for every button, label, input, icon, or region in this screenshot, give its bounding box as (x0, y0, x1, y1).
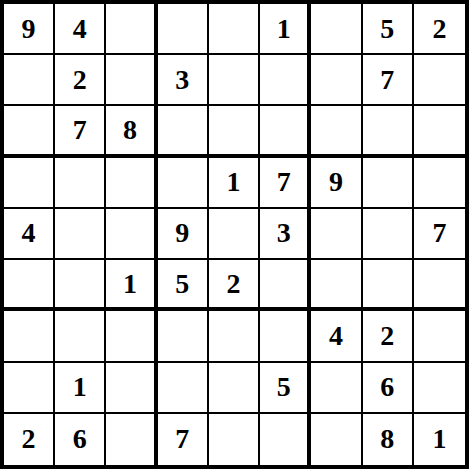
cell-r4c7-given-9[interactable]: 9 (311, 158, 362, 209)
cell-r9c4-given-7[interactable]: 7 (158, 414, 209, 465)
cell-r3c7-empty[interactable] (311, 106, 362, 157)
cell-r2c1-empty[interactable] (4, 55, 55, 106)
cell-r6c6-empty[interactable] (260, 260, 311, 311)
cell-r8c8-given-6[interactable]: 6 (363, 363, 414, 414)
cell-r9c9-given-1[interactable]: 1 (414, 414, 465, 465)
cell-r6c5-given-2[interactable]: 2 (209, 260, 260, 311)
cell-r5c2-empty[interactable] (55, 209, 106, 260)
cell-r6c1-empty[interactable] (4, 260, 55, 311)
cell-r7c7-given-4[interactable]: 4 (311, 311, 362, 362)
cell-r6c9-empty[interactable] (414, 260, 465, 311)
cell-r2c7-empty[interactable] (311, 55, 362, 106)
cell-r4c5-given-1[interactable]: 1 (209, 158, 260, 209)
cell-r2c5-empty[interactable] (209, 55, 260, 106)
cell-r8c3-empty[interactable] (106, 363, 157, 414)
cell-r5c6-given-3[interactable]: 3 (260, 209, 311, 260)
cell-r1c2-given-4[interactable]: 4 (55, 4, 106, 55)
cell-r7c1-empty[interactable] (4, 311, 55, 362)
cell-r1c7-empty[interactable] (311, 4, 362, 55)
cell-r4c6-given-7[interactable]: 7 (260, 158, 311, 209)
cell-r1c6-given-1[interactable]: 1 (260, 4, 311, 55)
cell-r1c4-empty[interactable] (158, 4, 209, 55)
cell-r3c9-empty[interactable] (414, 106, 465, 157)
cell-r6c7-empty[interactable] (311, 260, 362, 311)
cell-r4c4-empty[interactable] (158, 158, 209, 209)
cell-r1c3-empty[interactable] (106, 4, 157, 55)
cell-r3c1-empty[interactable] (4, 106, 55, 157)
cell-r7c9-empty[interactable] (414, 311, 465, 362)
cell-r5c5-empty[interactable] (209, 209, 260, 260)
sudoku-board: 941522377817949371524215626781 (0, 0, 469, 469)
cell-r2c9-empty[interactable] (414, 55, 465, 106)
cell-r3c4-empty[interactable] (158, 106, 209, 157)
cell-r6c2-empty[interactable] (55, 260, 106, 311)
cell-r3c2-given-7[interactable]: 7 (55, 106, 106, 157)
cell-r8c9-empty[interactable] (414, 363, 465, 414)
cell-r7c8-given-2[interactable]: 2 (363, 311, 414, 362)
cell-r3c8-empty[interactable] (363, 106, 414, 157)
cell-r5c7-empty[interactable] (311, 209, 362, 260)
cell-r9c6-empty[interactable] (260, 414, 311, 465)
cell-r5c8-empty[interactable] (363, 209, 414, 260)
cell-r7c3-empty[interactable] (106, 311, 157, 362)
cell-r7c2-empty[interactable] (55, 311, 106, 362)
cell-r8c6-given-5[interactable]: 5 (260, 363, 311, 414)
cell-r8c1-empty[interactable] (4, 363, 55, 414)
cell-r7c4-empty[interactable] (158, 311, 209, 362)
cell-r4c3-empty[interactable] (106, 158, 157, 209)
cell-r1c8-given-5[interactable]: 5 (363, 4, 414, 55)
cell-r2c3-empty[interactable] (106, 55, 157, 106)
cell-r6c8-empty[interactable] (363, 260, 414, 311)
cell-r2c8-given-7[interactable]: 7 (363, 55, 414, 106)
cell-r8c2-given-1[interactable]: 1 (55, 363, 106, 414)
cell-r9c1-given-2[interactable]: 2 (4, 414, 55, 465)
cell-r4c2-empty[interactable] (55, 158, 106, 209)
cell-r9c3-empty[interactable] (106, 414, 157, 465)
cell-r9c7-empty[interactable] (311, 414, 362, 465)
cell-r4c1-empty[interactable] (4, 158, 55, 209)
cell-r5c1-given-4[interactable]: 4 (4, 209, 55, 260)
cell-r5c4-given-9[interactable]: 9 (158, 209, 209, 260)
cell-r9c2-given-6[interactable]: 6 (55, 414, 106, 465)
cell-r8c7-empty[interactable] (311, 363, 362, 414)
cell-r8c4-empty[interactable] (158, 363, 209, 414)
cell-r9c5-empty[interactable] (209, 414, 260, 465)
cell-r7c5-empty[interactable] (209, 311, 260, 362)
cell-r2c2-given-2[interactable]: 2 (55, 55, 106, 106)
cell-r6c4-given-5[interactable]: 5 (158, 260, 209, 311)
cell-r5c9-given-7[interactable]: 7 (414, 209, 465, 260)
cell-r2c4-given-3[interactable]: 3 (158, 55, 209, 106)
cell-r1c1-given-9[interactable]: 9 (4, 4, 55, 55)
cell-r1c9-given-2[interactable]: 2 (414, 4, 465, 55)
cell-r9c8-given-8[interactable]: 8 (363, 414, 414, 465)
cell-r8c5-empty[interactable] (209, 363, 260, 414)
cell-r3c5-empty[interactable] (209, 106, 260, 157)
cell-r1c5-empty[interactable] (209, 4, 260, 55)
cell-r5c3-empty[interactable] (106, 209, 157, 260)
cell-r6c3-given-1[interactable]: 1 (106, 260, 157, 311)
cell-r4c9-empty[interactable] (414, 158, 465, 209)
cell-r3c6-empty[interactable] (260, 106, 311, 157)
cell-r4c8-empty[interactable] (363, 158, 414, 209)
cell-r2c6-empty[interactable] (260, 55, 311, 106)
cell-r3c3-given-8[interactable]: 8 (106, 106, 157, 157)
cell-r7c6-empty[interactable] (260, 311, 311, 362)
